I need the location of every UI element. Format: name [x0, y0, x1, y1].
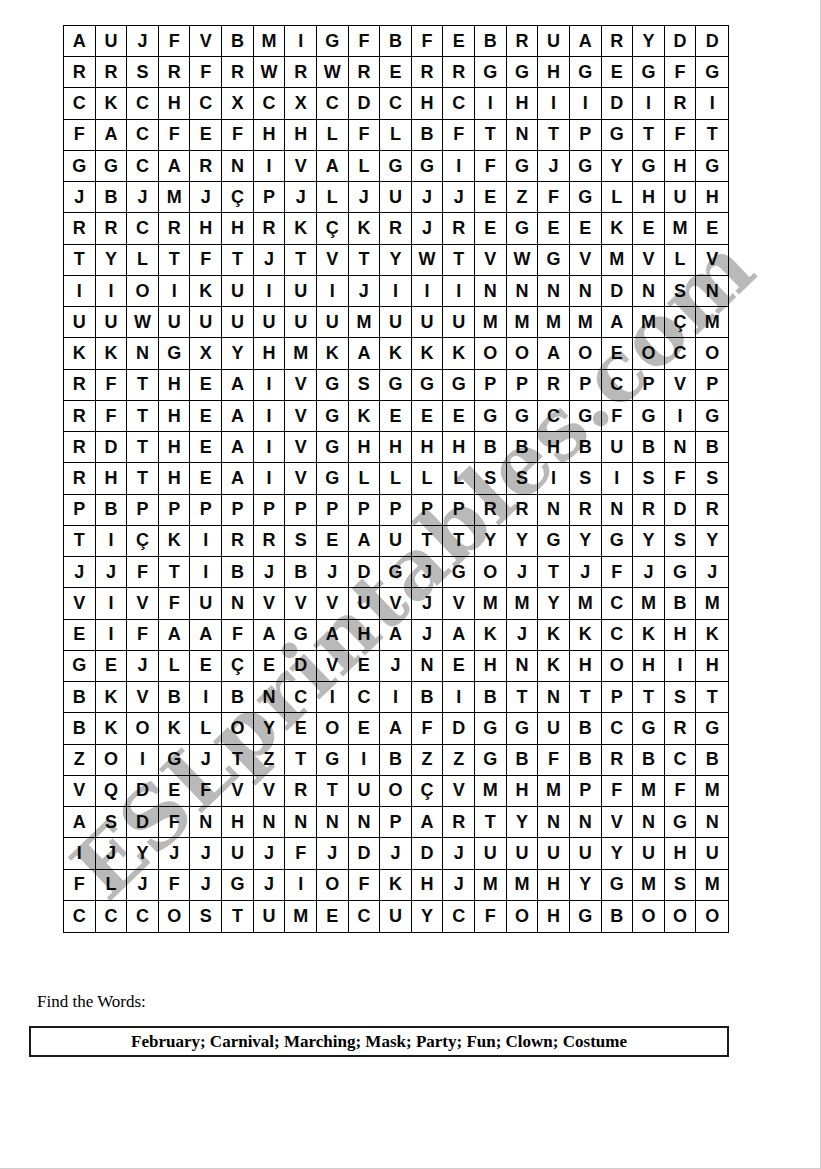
grid-cell: P — [570, 370, 602, 401]
grid-cell: H — [538, 901, 570, 932]
grid-cell: R — [665, 88, 697, 119]
grid-cell: E — [190, 370, 222, 401]
grid-cell: B — [696, 745, 728, 776]
grid-cell: O — [317, 713, 349, 744]
grid-cell: J — [570, 557, 602, 588]
grid-cell: M — [633, 776, 665, 807]
grid-cell: G — [64, 151, 96, 182]
grid-cell: B — [475, 432, 507, 463]
grid-cell: G — [602, 120, 634, 151]
grid-cell: F — [665, 57, 697, 88]
grid-cell: G — [412, 151, 444, 182]
grid-cell: A — [159, 620, 191, 651]
grid-cell: K — [96, 713, 128, 744]
grid-cell: A — [64, 26, 96, 57]
grid-cell: P — [222, 495, 254, 526]
grid-cell: G — [602, 870, 634, 901]
grid-cell: T — [443, 245, 475, 276]
grid-cell: J — [633, 557, 665, 588]
grid-cell: L — [96, 870, 128, 901]
grid-cell: P — [254, 182, 286, 213]
word-grid: AUJFVBMIGFBFEBRUARYDDRRSRFRWRWRERRGGHGEG… — [63, 25, 729, 933]
grid-cell: G — [317, 370, 349, 401]
grid-cell: J — [159, 838, 191, 869]
grid-cell: S — [190, 901, 222, 932]
grid-cell: F — [285, 838, 317, 869]
grid-cell: Y — [633, 526, 665, 557]
grid-cell: Y — [602, 151, 634, 182]
grid-cell: H — [570, 651, 602, 682]
grid-cell: B — [507, 432, 539, 463]
grid-cell: R — [570, 495, 602, 526]
grid-cell: G — [443, 370, 475, 401]
grid-cell: R — [254, 213, 286, 244]
grid-cell: V — [443, 776, 475, 807]
grid-cell: K — [349, 401, 381, 432]
grid-cell: G — [696, 57, 728, 88]
grid-cell: J — [254, 870, 286, 901]
grid-cell: P — [317, 495, 349, 526]
grid-cell: X — [190, 338, 222, 369]
grid-cell: F — [190, 776, 222, 807]
grid-cell: B — [412, 682, 444, 713]
grid-cell: O — [222, 713, 254, 744]
grid-cell: E — [475, 213, 507, 244]
grid-cell: K — [538, 620, 570, 651]
grid-cell: U — [380, 307, 412, 338]
grid-cell: S — [665, 526, 697, 557]
grid-cell: F — [538, 745, 570, 776]
grid-cell: G — [570, 57, 602, 88]
grid-cell: U — [317, 307, 349, 338]
grid-cell: F — [127, 620, 159, 651]
grid-cell: N — [602, 495, 634, 526]
grid-cell: A — [222, 432, 254, 463]
grid-cell: I — [96, 526, 128, 557]
grid-cell: T — [633, 682, 665, 713]
grid-cell: N — [222, 151, 254, 182]
grid-cell: M — [696, 307, 728, 338]
grid-cell: C — [538, 401, 570, 432]
grid-cell: K — [602, 213, 634, 244]
grid-cell: J — [538, 151, 570, 182]
grid-cell: X — [222, 88, 254, 119]
grid-cell: K — [475, 620, 507, 651]
grid-cell: N — [507, 651, 539, 682]
grid-cell: U — [222, 838, 254, 869]
grid-cell: N — [349, 807, 381, 838]
grid-cell: B — [507, 745, 539, 776]
grid-cell: A — [254, 620, 286, 651]
grid-cell: N — [412, 651, 444, 682]
grid-cell: C — [127, 120, 159, 151]
grid-cell: D — [665, 26, 697, 57]
grid-cell: C — [602, 713, 634, 744]
grid-cell: V — [380, 588, 412, 619]
grid-cell: E — [96, 651, 128, 682]
grid-cell: K — [349, 213, 381, 244]
grid-cell: U — [380, 182, 412, 213]
grid-cell: L — [127, 245, 159, 276]
grid-cell: J — [443, 182, 475, 213]
grid-cell: K — [285, 213, 317, 244]
grid-cell: O — [696, 338, 728, 369]
grid-cell: U — [285, 276, 317, 307]
grid-cell: Y — [602, 838, 634, 869]
grid-cell: K — [696, 620, 728, 651]
grid-cell: I — [285, 26, 317, 57]
grid-cell: B — [380, 745, 412, 776]
grid-cell: M — [602, 245, 634, 276]
grid-cell: N — [254, 807, 286, 838]
grid-cell: A — [349, 526, 381, 557]
grid-cell: F — [665, 776, 697, 807]
grid-cell: B — [633, 432, 665, 463]
grid-cell: I — [538, 463, 570, 494]
grid-cell: K — [412, 338, 444, 369]
grid-cell: K — [633, 620, 665, 651]
grid-cell: M — [633, 588, 665, 619]
grid-cell: D — [665, 495, 697, 526]
grid-cell: H — [285, 120, 317, 151]
grid-cell: Ç — [317, 213, 349, 244]
grid-cell: T — [317, 776, 349, 807]
grid-cell: F — [159, 807, 191, 838]
grid-cell: Z — [412, 745, 444, 776]
grid-cell: P — [349, 495, 381, 526]
grid-cell: J — [349, 182, 381, 213]
grid-cell: I — [254, 463, 286, 494]
grid-cell: I — [64, 276, 96, 307]
grid-cell: R — [507, 495, 539, 526]
grid-cell: F — [349, 870, 381, 901]
grid-cell: E — [443, 651, 475, 682]
grid-cell: U — [538, 713, 570, 744]
grid-cell: O — [602, 651, 634, 682]
grid-cell: V — [285, 588, 317, 619]
grid-cell: U — [349, 776, 381, 807]
grid-cell: E — [285, 713, 317, 744]
grid-cell: T — [285, 745, 317, 776]
grid-cell: J — [254, 557, 286, 588]
grid-cell: C — [254, 88, 286, 119]
grid-cell: R — [602, 26, 634, 57]
grid-cell: I — [317, 276, 349, 307]
grid-cell: U — [570, 838, 602, 869]
grid-cell: R — [159, 57, 191, 88]
grid-cell: J — [412, 557, 444, 588]
grid-cell: C — [665, 338, 697, 369]
grid-cell: E — [380, 57, 412, 88]
grid-cell: Ç — [127, 526, 159, 557]
grid-cell: N — [127, 338, 159, 369]
grid-cell: A — [96, 120, 128, 151]
grid-cell: N — [222, 588, 254, 619]
grid-cell: C — [64, 88, 96, 119]
grid-cell: J — [127, 26, 159, 57]
grid-cell: R — [602, 745, 634, 776]
grid-cell: F — [602, 557, 634, 588]
grid-cell: D — [696, 26, 728, 57]
grid-cell: G — [507, 213, 539, 244]
grid-cell: V — [64, 588, 96, 619]
grid-cell: U — [380, 526, 412, 557]
grid-cell: J — [412, 213, 444, 244]
grid-cell: R — [443, 213, 475, 244]
grid-cell: I — [190, 682, 222, 713]
grid-cell: J — [317, 557, 349, 588]
grid-cell: G — [570, 901, 602, 932]
grid-cell: Y — [633, 26, 665, 57]
grid-cell: R — [222, 526, 254, 557]
grid-cell: M — [696, 776, 728, 807]
grid-cell: S — [127, 57, 159, 88]
grid-cell: M — [507, 870, 539, 901]
grid-cell: R — [285, 776, 317, 807]
grid-cell: R — [538, 370, 570, 401]
grid-cell: F — [96, 401, 128, 432]
grid-cell: C — [127, 901, 159, 932]
grid-cell: H — [696, 651, 728, 682]
grid-cell: G — [665, 807, 697, 838]
grid-cell: F — [412, 713, 444, 744]
grid-cell: R — [64, 432, 96, 463]
grid-cell: E — [190, 401, 222, 432]
grid-cell: D — [349, 88, 381, 119]
grid-cell: G — [317, 745, 349, 776]
grid-cell: K — [96, 338, 128, 369]
grid-cell: U — [254, 307, 286, 338]
grid-cell: A — [412, 807, 444, 838]
grid-cell: V — [127, 682, 159, 713]
grid-cell: U — [380, 901, 412, 932]
grid-cell: H — [507, 88, 539, 119]
grid-cell: R — [475, 495, 507, 526]
grid-cell: C — [602, 588, 634, 619]
grid-cell: D — [127, 776, 159, 807]
grid-cell: V — [443, 588, 475, 619]
grid-cell: I — [443, 276, 475, 307]
grid-cell: V — [602, 807, 634, 838]
grid-cell: Z — [507, 182, 539, 213]
grid-cell: T — [475, 120, 507, 151]
grid-cell: H — [538, 57, 570, 88]
grid-cell: G — [317, 432, 349, 463]
grid-cell: J — [349, 276, 381, 307]
grid-cell: E — [380, 401, 412, 432]
grid-cell: F — [159, 588, 191, 619]
grid-cell: I — [602, 463, 634, 494]
grid-cell: E — [443, 401, 475, 432]
grid-cell: Y — [475, 526, 507, 557]
grid-cell: I — [380, 682, 412, 713]
grid-cell: B — [64, 682, 96, 713]
grid-cell: J — [96, 557, 128, 588]
grid-cell: Ç — [665, 307, 697, 338]
grid-cell: C — [285, 682, 317, 713]
grid-cell: T — [412, 526, 444, 557]
grid-cell: J — [443, 838, 475, 869]
grid-cell: F — [159, 26, 191, 57]
grid-cell: M — [538, 776, 570, 807]
grid-cell: S — [96, 807, 128, 838]
grid-cell: C — [127, 151, 159, 182]
grid-cell: Y — [254, 713, 286, 744]
grid-cell: O — [507, 338, 539, 369]
grid-cell: G — [507, 151, 539, 182]
grid-cell: B — [222, 682, 254, 713]
grid-cell: J — [412, 620, 444, 651]
grid-cell: P — [570, 120, 602, 151]
grid-cell: P — [507, 370, 539, 401]
grid-cell: D — [349, 557, 381, 588]
grid-cell: E — [538, 213, 570, 244]
grid-cell: S — [665, 870, 697, 901]
grid-cell: N — [254, 682, 286, 713]
grid-cell: P — [380, 495, 412, 526]
grid-cell: G — [696, 401, 728, 432]
grid-cell: A — [222, 463, 254, 494]
grid-cell: Y — [696, 526, 728, 557]
grid-cell: H — [159, 370, 191, 401]
grid-cell: W — [254, 57, 286, 88]
grid-cell: I — [475, 88, 507, 119]
grid-cell: F — [443, 120, 475, 151]
grid-cell: B — [222, 26, 254, 57]
grid-cell: E — [696, 213, 728, 244]
grid-cell: G — [380, 370, 412, 401]
grid-cell: E — [602, 57, 634, 88]
grid-cell: U — [190, 588, 222, 619]
grid-cell: R — [222, 57, 254, 88]
grid-cell: R — [64, 57, 96, 88]
grid-cell: T — [64, 245, 96, 276]
grid-cell: I — [538, 88, 570, 119]
grid-cell: N — [633, 807, 665, 838]
grid-cell: H — [665, 151, 697, 182]
grid-cell: B — [633, 745, 665, 776]
grid-cell: U — [507, 838, 539, 869]
grid-cell: F — [349, 120, 381, 151]
grid-cell: R — [696, 495, 728, 526]
grid-cell: O — [475, 557, 507, 588]
grid-cell: M — [570, 588, 602, 619]
grid-cell: N — [507, 120, 539, 151]
grid-cell: H — [159, 401, 191, 432]
grid-cell: A — [570, 26, 602, 57]
grid-cell: C — [190, 88, 222, 119]
grid-cell: R — [254, 526, 286, 557]
grid-cell: B — [64, 713, 96, 744]
grid-cell: G — [64, 651, 96, 682]
grid-cell: E — [602, 338, 634, 369]
grid-cell: J — [285, 182, 317, 213]
grid-cell: N — [538, 682, 570, 713]
grid-cell: G — [633, 151, 665, 182]
grid-cell: E — [349, 651, 381, 682]
grid-cell: H — [254, 338, 286, 369]
grid-cell: L — [317, 120, 349, 151]
grid-cell: I — [254, 401, 286, 432]
grid-cell: U — [696, 838, 728, 869]
grid-cell: S — [507, 463, 539, 494]
grid-cell: D — [602, 276, 634, 307]
grid-cell: H — [538, 432, 570, 463]
grid-cell: P — [127, 495, 159, 526]
grid-cell: Y — [96, 245, 128, 276]
grid-cell: T — [507, 682, 539, 713]
grid-cell: A — [317, 620, 349, 651]
grid-cell: E — [190, 432, 222, 463]
grid-cell: G — [159, 338, 191, 369]
grid-cell: E — [412, 401, 444, 432]
grid-cell: X — [285, 88, 317, 119]
grid-cell: P — [285, 495, 317, 526]
grid-cell: G — [507, 713, 539, 744]
grid-cell: M — [696, 870, 728, 901]
grid-cell: V — [285, 401, 317, 432]
grid-cell: T — [633, 120, 665, 151]
grid-cell: H — [538, 870, 570, 901]
grid-cell: I — [443, 682, 475, 713]
grid-cell: N — [696, 276, 728, 307]
grid-cell: F — [475, 151, 507, 182]
grid-cell: C — [443, 88, 475, 119]
grid-cell: O — [665, 901, 697, 932]
grid-cell: P — [254, 495, 286, 526]
grid-cell: B — [222, 557, 254, 588]
grid-cell: P — [190, 495, 222, 526]
grid-cell: A — [538, 338, 570, 369]
grid-cell: V — [254, 588, 286, 619]
grid-cell: U — [96, 307, 128, 338]
grid-cell: G — [159, 745, 191, 776]
grid-cell: R — [64, 463, 96, 494]
grid-cell: M — [475, 776, 507, 807]
grid-cell: F — [222, 120, 254, 151]
grid-cell: I — [96, 588, 128, 619]
grid-cell: A — [349, 338, 381, 369]
grid-cell: N — [633, 276, 665, 307]
grid-cell: V — [633, 245, 665, 276]
grid-cell: F — [159, 870, 191, 901]
grid-cell: K — [96, 682, 128, 713]
grid-cell: I — [64, 838, 96, 869]
grid-cell: I — [159, 276, 191, 307]
grid-cell: E — [475, 182, 507, 213]
grid-cell: H — [475, 651, 507, 682]
grid-cell: P — [633, 370, 665, 401]
grid-cell: N — [538, 495, 570, 526]
grid-cell: J — [412, 182, 444, 213]
grid-cell: H — [412, 870, 444, 901]
grid-cell: O — [570, 338, 602, 369]
grid-cell: C — [317, 88, 349, 119]
grid-cell: U — [285, 307, 317, 338]
grid-cell: J — [127, 870, 159, 901]
grid-cell: B — [570, 432, 602, 463]
grid-cell: S — [665, 682, 697, 713]
grid-cell: D — [96, 432, 128, 463]
grid-cell: F — [127, 557, 159, 588]
grid-cell: B — [602, 901, 634, 932]
grid-cell: V — [317, 651, 349, 682]
grid-cell: C — [443, 901, 475, 932]
grid-cell: H — [349, 620, 381, 651]
grid-cell: H — [349, 432, 381, 463]
grid-cell: T — [696, 682, 728, 713]
grid-cell: Q — [96, 776, 128, 807]
